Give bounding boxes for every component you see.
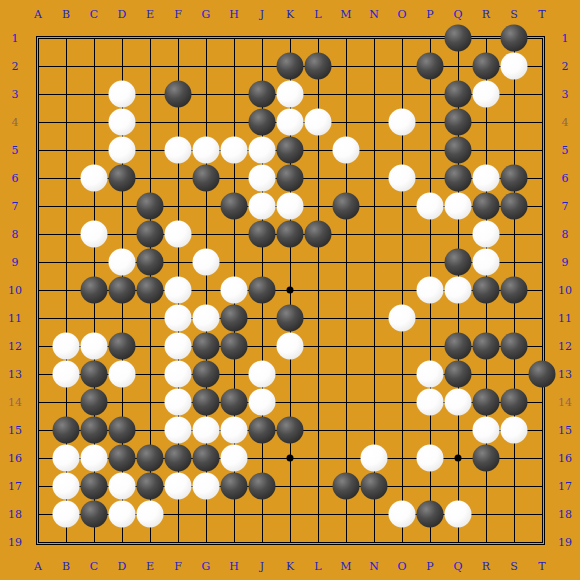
coord-label-left-16: 16 — [8, 453, 22, 464]
coord-label-right-1: 1 — [562, 33, 569, 44]
stone-black — [473, 193, 500, 220]
coord-label-right-4: 4 — [562, 117, 569, 128]
stone-white — [417, 193, 444, 220]
stone-white — [81, 221, 108, 248]
stone-black — [249, 473, 276, 500]
coord-label-right-8: 8 — [562, 229, 569, 240]
coord-label-bottom-Q: Q — [453, 561, 462, 572]
coord-label-right-9: 9 — [562, 257, 569, 268]
coord-label-left-12: 12 — [8, 341, 22, 352]
stone-black — [221, 193, 248, 220]
stone-white — [249, 193, 276, 220]
coord-label-right-6: 6 — [562, 173, 569, 184]
stone-white — [305, 109, 332, 136]
stone-black — [109, 165, 136, 192]
stone-white — [445, 277, 472, 304]
stone-black — [137, 249, 164, 276]
stone-black — [277, 221, 304, 248]
stone-white — [389, 501, 416, 528]
stone-black — [249, 417, 276, 444]
stone-white — [165, 389, 192, 416]
stone-black — [417, 53, 444, 80]
coord-label-right-10: 10 — [558, 285, 572, 296]
coord-label-top-M: M — [340, 9, 351, 20]
stone-black — [81, 277, 108, 304]
stone-black — [137, 277, 164, 304]
stone-white — [417, 277, 444, 304]
stone-black — [109, 445, 136, 472]
stone-white — [361, 445, 388, 472]
stone-black — [249, 81, 276, 108]
stone-white — [501, 417, 528, 444]
coord-label-left-7: 7 — [12, 201, 19, 212]
stone-white — [417, 361, 444, 388]
coord-label-bottom-H: H — [229, 561, 239, 572]
stone-black — [445, 81, 472, 108]
stone-black — [81, 501, 108, 528]
stone-white — [81, 445, 108, 472]
coord-label-right-18: 18 — [558, 509, 572, 520]
stone-white — [53, 473, 80, 500]
stone-black — [445, 25, 472, 52]
coord-label-top-P: P — [426, 9, 433, 20]
stone-white — [389, 165, 416, 192]
stone-white — [193, 137, 220, 164]
coord-label-right-7: 7 — [562, 201, 569, 212]
stone-black — [109, 277, 136, 304]
coord-label-right-17: 17 — [558, 481, 572, 492]
stone-black — [333, 473, 360, 500]
coord-label-right-16: 16 — [558, 453, 572, 464]
coord-label-top-C: C — [90, 9, 98, 20]
stone-black — [193, 361, 220, 388]
stone-black — [501, 389, 528, 416]
coord-label-top-N: N — [369, 9, 379, 20]
stone-white — [417, 445, 444, 472]
stone-white — [501, 53, 528, 80]
coord-label-left-14: 14 — [8, 397, 22, 408]
stone-white — [109, 473, 136, 500]
stone-black — [137, 445, 164, 472]
coord-label-bottom-A: A — [34, 561, 42, 572]
stone-black — [137, 473, 164, 500]
stone-black — [305, 53, 332, 80]
coord-label-top-B: B — [62, 9, 70, 20]
coord-label-bottom-L: L — [314, 561, 321, 572]
coord-label-right-14: 14 — [558, 397, 572, 408]
stone-white — [109, 109, 136, 136]
stone-black — [445, 361, 472, 388]
stone-black — [501, 277, 528, 304]
stone-white — [193, 249, 220, 276]
stone-black — [473, 333, 500, 360]
coord-label-left-4: 4 — [12, 117, 19, 128]
coord-label-bottom-D: D — [118, 561, 127, 572]
stone-black — [473, 53, 500, 80]
stone-black — [109, 417, 136, 444]
stone-black — [81, 389, 108, 416]
stone-white — [193, 305, 220, 332]
stone-black — [277, 305, 304, 332]
stone-black — [221, 389, 248, 416]
coord-label-right-19: 19 — [558, 537, 572, 548]
stone-white — [221, 445, 248, 472]
stone-white — [221, 417, 248, 444]
coord-label-bottom-K: K — [286, 561, 294, 572]
stone-white — [277, 193, 304, 220]
stone-white — [81, 333, 108, 360]
stone-white — [221, 277, 248, 304]
stone-white — [445, 389, 472, 416]
stone-black — [501, 165, 528, 192]
stone-white — [53, 445, 80, 472]
stone-black — [277, 53, 304, 80]
coord-label-top-H: H — [229, 9, 239, 20]
coord-label-right-5: 5 — [562, 145, 569, 156]
stone-black — [221, 333, 248, 360]
stone-white — [249, 137, 276, 164]
stone-white — [109, 501, 136, 528]
stone-white — [277, 109, 304, 136]
stone-white — [389, 109, 416, 136]
go-board-screenshot: AABBCCDDEEFFGGHHJJKKLLMMNNOOPPQQRRSSTT11… — [0, 0, 580, 580]
coord-label-left-19: 19 — [8, 537, 22, 548]
coord-label-left-1: 1 — [12, 33, 19, 44]
coord-label-top-Q: Q — [453, 9, 462, 20]
stone-black — [501, 333, 528, 360]
coord-label-left-5: 5 — [12, 145, 19, 156]
stone-black — [305, 221, 332, 248]
stone-black — [137, 221, 164, 248]
star-point-K10 — [287, 287, 294, 294]
stone-white — [53, 501, 80, 528]
coord-label-right-13: 13 — [558, 369, 572, 380]
coord-label-left-17: 17 — [8, 481, 22, 492]
coord-label-bottom-S: S — [510, 561, 518, 572]
stone-black — [193, 389, 220, 416]
stone-white — [389, 305, 416, 332]
stone-black — [445, 109, 472, 136]
stone-white — [445, 501, 472, 528]
stone-white — [473, 221, 500, 248]
stone-black — [333, 193, 360, 220]
coord-label-top-S: S — [510, 9, 518, 20]
stone-black — [193, 445, 220, 472]
stone-black — [529, 361, 556, 388]
coord-label-right-12: 12 — [558, 341, 572, 352]
coord-label-bottom-E: E — [146, 561, 154, 572]
stone-black — [53, 417, 80, 444]
coord-label-bottom-G: G — [202, 561, 211, 572]
stone-black — [445, 249, 472, 276]
stone-white — [473, 81, 500, 108]
stone-black — [81, 473, 108, 500]
coord-label-top-E: E — [146, 9, 154, 20]
coord-label-top-K: K — [286, 9, 294, 20]
stone-black — [277, 165, 304, 192]
coord-label-bottom-R: R — [482, 561, 490, 572]
stone-black — [277, 417, 304, 444]
coord-label-left-13: 13 — [8, 369, 22, 380]
stone-black — [417, 501, 444, 528]
stone-white — [165, 417, 192, 444]
stone-black — [473, 445, 500, 472]
stone-white — [221, 137, 248, 164]
stone-white — [249, 361, 276, 388]
stone-white — [137, 501, 164, 528]
stone-white — [277, 81, 304, 108]
stone-white — [53, 361, 80, 388]
coord-label-top-O: O — [397, 9, 406, 20]
coord-label-top-A: A — [34, 9, 42, 20]
stone-black — [249, 277, 276, 304]
stone-black — [501, 193, 528, 220]
stone-white — [473, 165, 500, 192]
stone-white — [333, 137, 360, 164]
coord-label-left-2: 2 — [12, 61, 19, 72]
stone-black — [221, 305, 248, 332]
coord-label-left-15: 15 — [8, 425, 22, 436]
stone-white — [109, 249, 136, 276]
stone-black — [445, 165, 472, 192]
stone-white — [473, 249, 500, 276]
stone-black — [165, 445, 192, 472]
coord-label-top-R: R — [482, 9, 490, 20]
stone-black — [249, 109, 276, 136]
stone-black — [193, 333, 220, 360]
stone-white — [165, 277, 192, 304]
stone-white — [165, 333, 192, 360]
coord-label-right-2: 2 — [562, 61, 569, 72]
stone-black — [445, 137, 472, 164]
coord-label-top-G: G — [202, 9, 211, 20]
stone-black — [221, 473, 248, 500]
coord-label-bottom-P: P — [426, 561, 433, 572]
coord-label-bottom-B: B — [62, 561, 70, 572]
stone-white — [81, 165, 108, 192]
stone-black — [277, 137, 304, 164]
coord-label-left-10: 10 — [8, 285, 22, 296]
stone-black — [193, 165, 220, 192]
stone-black — [445, 333, 472, 360]
stone-white — [53, 333, 80, 360]
coord-label-left-3: 3 — [12, 89, 19, 100]
stone-white — [473, 417, 500, 444]
coord-label-bottom-F: F — [174, 561, 182, 572]
stone-white — [165, 305, 192, 332]
coord-label-right-3: 3 — [562, 89, 569, 100]
stone-white — [165, 137, 192, 164]
stone-black — [109, 333, 136, 360]
stone-black — [81, 361, 108, 388]
coord-label-left-8: 8 — [12, 229, 19, 240]
coord-label-left-18: 18 — [8, 509, 22, 520]
stone-white — [193, 417, 220, 444]
coord-label-top-D: D — [118, 9, 127, 20]
stone-white — [277, 333, 304, 360]
coord-label-top-F: F — [174, 9, 182, 20]
stone-white — [165, 221, 192, 248]
stone-white — [445, 193, 472, 220]
star-point-Q16 — [455, 455, 462, 462]
star-point-K16 — [287, 455, 294, 462]
coord-label-bottom-N: N — [369, 561, 379, 572]
coord-label-left-9: 9 — [12, 257, 19, 268]
stone-white — [249, 389, 276, 416]
stone-black — [473, 277, 500, 304]
stone-white — [109, 361, 136, 388]
coord-label-top-T: T — [538, 9, 545, 20]
coord-label-bottom-T: T — [538, 561, 545, 572]
stone-white — [165, 361, 192, 388]
coord-label-left-11: 11 — [8, 313, 22, 324]
stone-black — [249, 221, 276, 248]
coord-label-bottom-M: M — [340, 561, 351, 572]
coord-label-right-15: 15 — [558, 425, 572, 436]
stone-black — [137, 193, 164, 220]
coord-label-top-J: J — [260, 9, 264, 20]
stone-white — [165, 473, 192, 500]
stone-black — [165, 81, 192, 108]
coord-label-right-11: 11 — [558, 313, 572, 324]
coord-label-bottom-C: C — [90, 561, 98, 572]
stone-black — [501, 25, 528, 52]
stone-black — [361, 473, 388, 500]
stone-white — [249, 165, 276, 192]
stone-white — [417, 389, 444, 416]
coord-label-bottom-O: O — [397, 561, 406, 572]
coord-label-left-6: 6 — [12, 173, 19, 184]
stone-white — [193, 473, 220, 500]
stone-black — [473, 389, 500, 416]
stone-black — [81, 417, 108, 444]
stone-white — [109, 81, 136, 108]
coord-label-bottom-J: J — [260, 561, 264, 572]
coord-label-top-L: L — [314, 9, 321, 20]
stone-white — [109, 137, 136, 164]
